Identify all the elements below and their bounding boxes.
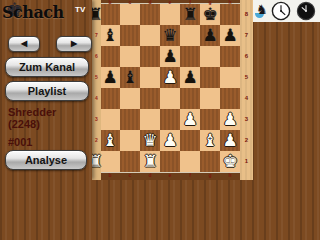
player-info: Shredder (2248) [8, 106, 56, 130]
right-arrow-icon: ▶ [71, 39, 77, 48]
coord-label-5: 5 [92, 67, 101, 88]
rank-labels-left: 87654321 [92, 4, 101, 172]
square-e7[interactable]: ♛ [160, 25, 180, 46]
coord-label-6: 6 [240, 46, 253, 67]
square-d7[interactable] [140, 25, 160, 46]
playlist-button[interactable]: Playlist [5, 81, 89, 101]
coord-label-e: e [160, 172, 180, 179]
schachtv-logo: ♚ Schach TV [0, 0, 92, 30]
piece-bQ-e7[interactable]: ♛ [160, 25, 180, 46]
clock-strip: ♞ [253, 0, 320, 22]
square-c1[interactable] [120, 151, 140, 172]
square-f1[interactable] [180, 151, 200, 172]
square-c4[interactable] [120, 88, 140, 109]
coord-label-3: 3 [240, 109, 253, 130]
square-h7[interactable]: ♟ [220, 25, 240, 46]
logo-title: Schach [2, 3, 64, 22]
analyse-button[interactable]: Analyse [5, 150, 87, 170]
piece-wP-h3[interactable]: ♟ [220, 109, 240, 130]
square-h4[interactable] [220, 88, 240, 109]
player-name: Shredder [8, 106, 56, 118]
piece-bB-b7[interactable]: ♝ [100, 25, 120, 46]
coord-label-2: 2 [92, 130, 101, 151]
left-arrow-icon: ◀ [21, 39, 27, 48]
square-d3[interactable] [140, 109, 160, 130]
piece-wK-h1[interactable]: ♚ [220, 151, 240, 172]
square-h8[interactable] [220, 4, 240, 25]
coord-label-7: 7 [92, 25, 101, 46]
piece-bP-e6[interactable]: ♟ [160, 46, 180, 67]
square-b5[interactable]: ♟ [100, 67, 120, 88]
page-background: { "game": "chess", "position": "r4rk1/1b… [0, 0, 320, 180]
square-g6[interactable] [200, 46, 220, 67]
coord-label-f: f [180, 0, 200, 4]
coord-label-e: e [160, 0, 180, 4]
piece-wR-d1[interactable]: ♜ [140, 151, 160, 172]
piece-wP-h2[interactable]: ♟ [220, 130, 240, 151]
board-squares: ♜♜♚♝♛♟♟♟♟♝♟♟♟♟♝♛♟♝♟♜♜♚ [80, 4, 240, 172]
knight-icon: ♞ [256, 2, 268, 17]
square-b6[interactable] [100, 46, 120, 67]
coord-label-b: b [100, 172, 120, 179]
coord-label-3: 3 [92, 109, 101, 130]
square-c7[interactable] [120, 25, 140, 46]
coord-label-c: c [120, 0, 140, 4]
coord-label-8: 8 [240, 4, 253, 25]
square-d2[interactable]: ♛ [140, 130, 160, 151]
coord-label-6: 6 [92, 46, 101, 67]
piece-bP-b5[interactable]: ♟ [100, 67, 120, 88]
square-f5[interactable]: ♟ [180, 67, 200, 88]
square-b4[interactable] [100, 88, 120, 109]
white-analog-clock-icon [271, 1, 291, 21]
square-g4[interactable] [200, 88, 220, 109]
square-d5[interactable] [140, 67, 160, 88]
rank-labels-right: 87654321 [240, 4, 253, 172]
player-rating: (2248) [8, 118, 56, 130]
square-e3[interactable] [160, 109, 180, 130]
piece-bK-g8[interactable]: ♚ [200, 4, 220, 25]
square-c2[interactable] [120, 130, 140, 151]
piece-wP-e5[interactable]: ♟ [160, 67, 180, 88]
coord-label-g: g [200, 0, 220, 4]
piece-bB-c5[interactable]: ♝ [120, 67, 140, 88]
square-e2[interactable]: ♟ [160, 130, 180, 151]
piece-wB-g2[interactable]: ♝ [200, 130, 220, 151]
piece-wQ-d2[interactable]: ♛ [140, 130, 160, 151]
logo-tv-superscript: TV [75, 5, 85, 14]
square-f6[interactable] [180, 46, 200, 67]
coord-label-g: g [200, 172, 220, 179]
square-h6[interactable] [220, 46, 240, 67]
piece-wP-f3[interactable]: ♟ [180, 109, 200, 130]
square-f3[interactable]: ♟ [180, 109, 200, 130]
previous-button[interactable]: ◀ [8, 36, 40, 52]
piece-bP-g7[interactable]: ♟ [200, 25, 220, 46]
square-g8[interactable]: ♚ [200, 4, 220, 25]
coord-label-c: c [120, 172, 140, 179]
square-h3[interactable]: ♟ [220, 109, 240, 130]
square-f8[interactable]: ♜ [180, 4, 200, 25]
piece-wP-e2[interactable]: ♟ [160, 130, 180, 151]
square-e5[interactable]: ♟ [160, 67, 180, 88]
square-c3[interactable] [120, 109, 140, 130]
coord-label-4: 4 [240, 88, 253, 109]
square-h5[interactable] [220, 67, 240, 88]
sidebar: ♚ Schach TV ◀ ▶ Zum Kanal Playlist Shred… [0, 0, 92, 180]
square-d1[interactable]: ♜ [140, 151, 160, 172]
next-button[interactable]: ▶ [56, 36, 92, 52]
coord-label-1: 1 [240, 151, 253, 172]
piece-bP-f5[interactable]: ♟ [180, 67, 200, 88]
square-d4[interactable] [140, 88, 160, 109]
coord-label-7: 7 [240, 25, 253, 46]
square-g7[interactable]: ♟ [200, 25, 220, 46]
piece-bR-f8[interactable]: ♜ [180, 4, 200, 25]
square-b3[interactable] [100, 109, 120, 130]
board-right-frame: 87654321 [240, 0, 253, 180]
square-c8[interactable] [120, 4, 140, 25]
square-b7[interactable]: ♝ [100, 25, 120, 46]
square-g1[interactable] [200, 151, 220, 172]
square-h1[interactable]: ♚ [220, 151, 240, 172]
square-d8[interactable] [140, 4, 160, 25]
zum-kanal-button[interactable]: Zum Kanal [5, 57, 89, 77]
coord-label-h: h [220, 0, 240, 4]
coord-label-2: 2 [240, 130, 253, 151]
coord-label-h: h [220, 172, 240, 179]
square-f4[interactable] [180, 88, 200, 109]
square-c6[interactable] [120, 46, 140, 67]
file-labels-bottom: abcdefgh [80, 172, 240, 179]
square-g3[interactable] [200, 109, 220, 130]
piece-bP-h7[interactable]: ♟ [220, 25, 240, 46]
square-h2[interactable]: ♟ [220, 130, 240, 151]
coord-label-f: f [180, 172, 200, 179]
knight-logo-icon: ♞ [254, 1, 270, 21]
game-number: #001 [8, 136, 32, 148]
chess-board: abcdefgh ♜♜♚♝♛♟♟♟♟♝♟♟♟♟♝♛♟♝♟♜♜♚ abcdefgh… [80, 0, 253, 180]
square-e6[interactable]: ♟ [160, 46, 180, 67]
coord-label-5: 5 [240, 67, 253, 88]
square-f2[interactable] [180, 130, 200, 151]
square-e4[interactable] [160, 88, 180, 109]
square-g5[interactable] [200, 67, 220, 88]
square-d6[interactable] [140, 46, 160, 67]
square-c5[interactable]: ♝ [120, 67, 140, 88]
square-f7[interactable] [180, 25, 200, 46]
square-e8[interactable] [160, 4, 180, 25]
square-g2[interactable]: ♝ [200, 130, 220, 151]
coord-label-4: 4 [92, 88, 101, 109]
square-b2[interactable]: ♝ [100, 130, 120, 151]
black-analog-clock-icon [296, 1, 316, 21]
square-e1[interactable] [160, 151, 180, 172]
coord-label-d: d [140, 172, 160, 179]
coord-label-d: d [140, 0, 160, 4]
piece-wB-b2[interactable]: ♝ [100, 130, 120, 151]
